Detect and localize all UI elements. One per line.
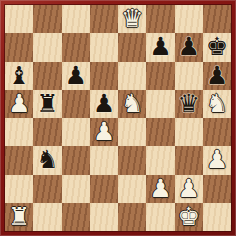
white-pawn-f2[interactable]: ♟ bbox=[149, 175, 171, 203]
square-c5[interactable] bbox=[62, 90, 90, 118]
square-b4[interactable] bbox=[33, 118, 61, 146]
square-e5[interactable]: ♞ bbox=[118, 90, 146, 118]
square-c1[interactable] bbox=[62, 203, 90, 231]
white-knight-h5[interactable]: ♞ bbox=[206, 90, 228, 118]
black-king-h7[interactable]: ♚ bbox=[206, 33, 228, 61]
black-pawn-f7[interactable]: ♟ bbox=[149, 33, 171, 61]
square-a3[interactable] bbox=[5, 146, 33, 174]
square-h7[interactable]: ♚ bbox=[203, 33, 231, 61]
square-a8[interactable] bbox=[5, 5, 33, 33]
square-h2[interactable] bbox=[203, 175, 231, 203]
square-f8[interactable] bbox=[146, 5, 174, 33]
white-king-g1[interactable]: ♚ bbox=[177, 203, 199, 231]
square-b3[interactable]: ♞ bbox=[33, 146, 61, 174]
square-e3[interactable] bbox=[118, 146, 146, 174]
square-e6[interactable] bbox=[118, 62, 146, 90]
square-b5[interactable]: ♜ bbox=[33, 90, 61, 118]
square-c3[interactable] bbox=[62, 146, 90, 174]
square-g6[interactable] bbox=[175, 62, 203, 90]
square-c2[interactable] bbox=[62, 175, 90, 203]
square-d1[interactable] bbox=[90, 203, 118, 231]
square-f5[interactable] bbox=[146, 90, 174, 118]
square-g4[interactable] bbox=[175, 118, 203, 146]
square-d3[interactable] bbox=[90, 146, 118, 174]
black-bishop-a6[interactable]: ♝ bbox=[8, 62, 30, 90]
square-h8[interactable] bbox=[203, 5, 231, 33]
square-a1[interactable]: ♜ bbox=[5, 203, 33, 231]
square-g1[interactable]: ♚ bbox=[175, 203, 203, 231]
square-d6[interactable] bbox=[90, 62, 118, 90]
square-f2[interactable]: ♟ bbox=[146, 175, 174, 203]
square-h6[interactable]: ♟ bbox=[203, 62, 231, 90]
square-d5[interactable]: ♟ bbox=[90, 90, 118, 118]
black-rook-b5[interactable]: ♜ bbox=[36, 90, 58, 118]
black-pawn-c6[interactable]: ♟ bbox=[64, 62, 86, 90]
white-pawn-d4[interactable]: ♟ bbox=[93, 118, 115, 146]
square-e1[interactable] bbox=[118, 203, 146, 231]
white-rook-a1[interactable]: ♜ bbox=[8, 203, 30, 231]
square-a2[interactable] bbox=[5, 175, 33, 203]
square-f4[interactable] bbox=[146, 118, 174, 146]
chess-board: ♛♟♟♚♝♟♟♟♜♟♞♛♞♟♞♟♟♟♜♚ bbox=[5, 5, 231, 231]
square-f1[interactable] bbox=[146, 203, 174, 231]
square-f3[interactable] bbox=[146, 146, 174, 174]
square-h1[interactable] bbox=[203, 203, 231, 231]
square-b8[interactable] bbox=[33, 5, 61, 33]
black-pawn-g7[interactable]: ♟ bbox=[177, 33, 199, 61]
square-g2[interactable]: ♟ bbox=[175, 175, 203, 203]
square-c6[interactable]: ♟ bbox=[62, 62, 90, 90]
square-d8[interactable] bbox=[90, 5, 118, 33]
board-frame: ♛♟♟♚♝♟♟♟♜♟♞♛♞♟♞♟♟♟♜♚ bbox=[0, 0, 236, 236]
square-h5[interactable]: ♞ bbox=[203, 90, 231, 118]
white-queen-e8[interactable]: ♛ bbox=[121, 5, 143, 33]
square-e8[interactable]: ♛ bbox=[118, 5, 146, 33]
square-d7[interactable] bbox=[90, 33, 118, 61]
black-pawn-h6[interactable]: ♟ bbox=[206, 62, 228, 90]
square-a7[interactable] bbox=[5, 33, 33, 61]
white-knight-e5[interactable]: ♞ bbox=[121, 90, 143, 118]
square-e2[interactable] bbox=[118, 175, 146, 203]
square-g8[interactable] bbox=[175, 5, 203, 33]
square-a5[interactable]: ♟ bbox=[5, 90, 33, 118]
square-a6[interactable]: ♝ bbox=[5, 62, 33, 90]
square-f6[interactable] bbox=[146, 62, 174, 90]
white-pawn-g2[interactable]: ♟ bbox=[177, 175, 199, 203]
square-h3[interactable]: ♟ bbox=[203, 146, 231, 174]
black-knight-b3[interactable]: ♞ bbox=[36, 146, 58, 174]
white-pawn-h3[interactable]: ♟ bbox=[206, 146, 228, 174]
square-g5[interactable]: ♛ bbox=[175, 90, 203, 118]
square-c8[interactable] bbox=[62, 5, 90, 33]
square-b7[interactable] bbox=[33, 33, 61, 61]
square-d2[interactable] bbox=[90, 175, 118, 203]
square-g3[interactable] bbox=[175, 146, 203, 174]
square-g7[interactable]: ♟ bbox=[175, 33, 203, 61]
square-h4[interactable] bbox=[203, 118, 231, 146]
square-c4[interactable] bbox=[62, 118, 90, 146]
square-e4[interactable] bbox=[118, 118, 146, 146]
black-queen-g5[interactable]: ♛ bbox=[177, 90, 199, 118]
square-d4[interactable]: ♟ bbox=[90, 118, 118, 146]
square-a4[interactable] bbox=[5, 118, 33, 146]
square-e7[interactable] bbox=[118, 33, 146, 61]
square-f7[interactable]: ♟ bbox=[146, 33, 174, 61]
square-b6[interactable] bbox=[33, 62, 61, 90]
black-pawn-d5[interactable]: ♟ bbox=[93, 90, 115, 118]
square-c7[interactable] bbox=[62, 33, 90, 61]
square-b2[interactable] bbox=[33, 175, 61, 203]
square-b1[interactable] bbox=[33, 203, 61, 231]
white-pawn-a5[interactable]: ♟ bbox=[8, 90, 30, 118]
